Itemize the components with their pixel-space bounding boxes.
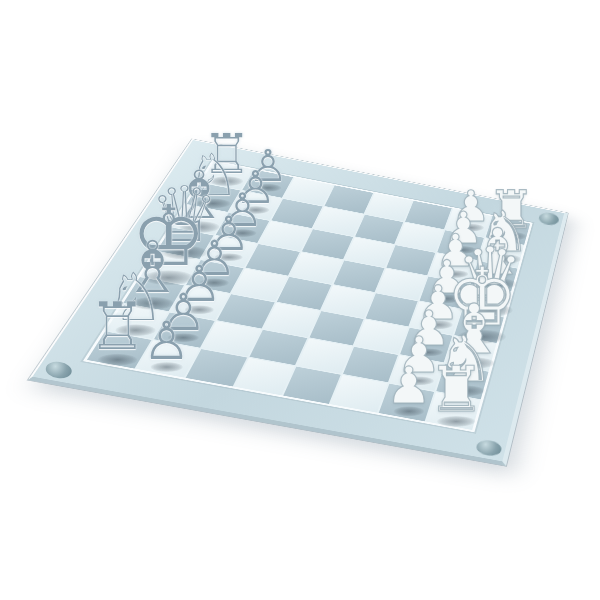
piece-clear-rook-h8[interactable]: ♖ [88,295,147,360]
piece-frosted-pawn-h2[interactable]: ♟ [386,361,432,412]
rook-icon: ♖ [88,295,147,360]
piece-frosted-rook-h1[interactable]: ♜ [428,359,484,422]
piece-clear-pawn-h7[interactable]: ♙ [143,315,190,368]
glass-chess-set-photo: ♖♙♘♙♗♟♙♜♕♟♙♞♔♟♝♙♟♗♛♙♟♘♚♙♟♖♝♙♟♞♟♜ [0,0,600,600]
pawn-icon: ♙ [143,315,190,368]
rook-icon: ♜ [428,359,484,422]
pawn-icon: ♟ [386,361,432,412]
